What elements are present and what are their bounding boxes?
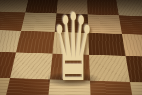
square-f6	[119, 15, 142, 35]
square-c5	[16, 31, 55, 54]
square-c3	[3, 78, 50, 95]
square-e4	[89, 55, 130, 82]
white-queen-piece: ♛	[52, 2, 93, 95]
chess-photo: ♛	[0, 0, 142, 95]
square-f5	[122, 34, 142, 57]
square-f7	[116, 0, 142, 16]
square-c4	[10, 52, 53, 79]
square-e3	[90, 81, 135, 95]
square-f3	[130, 82, 142, 95]
